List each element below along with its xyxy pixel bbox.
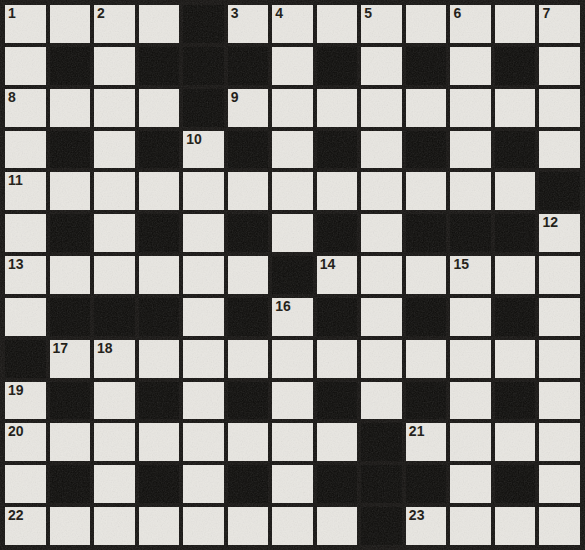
cell-r8c7[interactable]: 16 [272,298,313,336]
cell-r3c12[interactable] [495,89,536,127]
cell-r11c10[interactable]: 21 [406,423,447,461]
cell-r4c2 [50,131,91,169]
cell-r12c13[interactable] [539,465,580,503]
cell-r12c7[interactable] [272,465,313,503]
clue-number-4: 4 [275,5,283,21]
cell-r13c10[interactable]: 23 [406,507,447,545]
cell-r4c10 [406,131,447,169]
cell-r8c10 [406,298,447,336]
cell-r5c11[interactable] [450,172,491,210]
cell-r9c1 [5,340,46,378]
cell-r8c2 [50,298,91,336]
clue-number-10: 10 [186,131,202,147]
clue-number-14: 14 [320,256,336,272]
cell-r1c10[interactable] [406,5,447,43]
cell-r10c8 [317,382,358,420]
cell-r7c12[interactable] [495,256,536,294]
cell-r6c1[interactable] [5,214,46,252]
cell-r9c6[interactable] [228,340,269,378]
cell-r5c4[interactable] [139,172,180,210]
cell-r5c9[interactable] [361,172,402,210]
cell-r1c13[interactable]: 7 [539,5,580,43]
cell-r5c1[interactable]: 11 [5,172,46,210]
cell-r13c6[interactable] [228,507,269,545]
cell-r2c6 [228,47,269,85]
cell-r11c5[interactable] [183,423,224,461]
cell-r6c7[interactable] [272,214,313,252]
cell-r7c8[interactable]: 14 [317,256,358,294]
cell-r4c7[interactable] [272,131,313,169]
cell-r11c7[interactable] [272,423,313,461]
cell-r7c1[interactable]: 13 [5,256,46,294]
cell-r1c5 [183,5,224,43]
cell-r3c2[interactable] [50,89,91,127]
clue-number-2: 2 [97,5,105,21]
cell-r9c11[interactable] [450,340,491,378]
cell-r6c3[interactable] [94,214,135,252]
cell-r8c1[interactable] [5,298,46,336]
clue-number-16: 16 [275,298,291,314]
cell-r13c3[interactable] [94,507,135,545]
clue-number-18: 18 [97,340,113,356]
cell-r7c5[interactable] [183,256,224,294]
cell-r9c8[interactable] [317,340,358,378]
cell-r7c9[interactable] [361,256,402,294]
cell-r11c11[interactable] [450,423,491,461]
cell-r9c3[interactable]: 18 [94,340,135,378]
cell-r12c6 [228,465,269,503]
cell-r3c8[interactable] [317,89,358,127]
cell-r3c5 [183,89,224,127]
cell-r1c7[interactable]: 4 [272,5,313,43]
cell-r3c3[interactable] [94,89,135,127]
cell-r10c10 [406,382,447,420]
cell-r12c11[interactable] [450,465,491,503]
crossword-board-wrapper: 1234567891011121314151617181920212223 [0,0,585,550]
cell-r5c7[interactable] [272,172,313,210]
cell-r11c1[interactable]: 20 [5,423,46,461]
clue-number-6: 6 [453,5,461,21]
cell-r2c11[interactable] [450,47,491,85]
cell-r10c13[interactable] [539,382,580,420]
cell-r3c10[interactable] [406,89,447,127]
cell-r6c4 [139,214,180,252]
cell-r9c10[interactable] [406,340,447,378]
clue-number-21: 21 [409,423,425,439]
cell-r1c1[interactable]: 1 [5,5,46,43]
cell-r7c6[interactable] [228,256,269,294]
cell-r11c6[interactable] [228,423,269,461]
cell-r7c13[interactable] [539,256,580,294]
cell-r2c7[interactable] [272,47,313,85]
clue-number-11: 11 [8,172,23,188]
cell-r1c11[interactable]: 6 [450,5,491,43]
cell-r8c3 [94,298,135,336]
cell-r8c5[interactable] [183,298,224,336]
cell-r5c5[interactable] [183,172,224,210]
cell-r5c2[interactable] [50,172,91,210]
cell-r1c8[interactable] [317,5,358,43]
cell-r5c8[interactable] [317,172,358,210]
cell-r12c1[interactable] [5,465,46,503]
cell-r7c11[interactable]: 15 [450,256,491,294]
cell-r8c9[interactable] [361,298,402,336]
cell-r6c12 [495,214,536,252]
cell-r11c13[interactable] [539,423,580,461]
cell-r6c6 [228,214,269,252]
cell-r13c2[interactable] [50,507,91,545]
cell-r3c1[interactable]: 8 [5,89,46,127]
cell-r4c4 [139,131,180,169]
cell-r12c8 [317,465,358,503]
cell-r1c4[interactable] [139,5,180,43]
cell-r4c6 [228,131,269,169]
cell-r6c2 [50,214,91,252]
cell-r13c8[interactable] [317,507,358,545]
cell-r2c5 [183,47,224,85]
cell-r6c10 [406,214,447,252]
crossword-board: 1234567891011121314151617181920212223 [0,0,585,550]
cell-r10c4 [139,382,180,420]
cell-r7c10[interactable] [406,256,447,294]
cell-r10c7[interactable] [272,382,313,420]
cell-r9c9[interactable] [361,340,402,378]
cell-r6c9[interactable] [361,214,402,252]
clue-number-19: 19 [8,382,24,398]
cell-r13c5[interactable] [183,507,224,545]
cell-r2c2 [50,47,91,85]
cell-r12c10 [406,465,447,503]
cell-r5c10[interactable] [406,172,447,210]
cell-r4c9[interactable] [361,131,402,169]
cell-r12c12 [495,465,536,503]
cell-r11c4[interactable] [139,423,180,461]
cell-r8c8 [317,298,358,336]
cell-r6c11 [450,214,491,252]
cell-r11c3[interactable] [94,423,135,461]
cell-r3c9[interactable] [361,89,402,127]
cell-r11c2[interactable] [50,423,91,461]
clue-number-13: 13 [8,256,24,272]
cell-r6c13[interactable]: 12 [539,214,580,252]
cell-r5c12[interactable] [495,172,536,210]
cell-r1c3[interactable]: 2 [94,5,135,43]
cell-r12c3[interactable] [94,465,135,503]
cell-r13c1[interactable]: 22 [5,507,46,545]
cell-r4c5[interactable]: 10 [183,131,224,169]
cell-r13c7[interactable] [272,507,313,545]
cell-r9c2[interactable]: 17 [50,340,91,378]
cell-r8c6 [228,298,269,336]
clue-number-3: 3 [231,5,239,21]
clue-number-12: 12 [542,214,558,230]
cell-r7c2[interactable] [50,256,91,294]
cell-r4c8 [317,131,358,169]
cell-r10c1[interactable]: 19 [5,382,46,420]
cell-r13c9 [361,507,402,545]
cell-r9c13[interactable] [539,340,580,378]
clue-number-23: 23 [409,507,425,523]
cell-r13c13[interactable] [539,507,580,545]
cell-r2c8 [317,47,358,85]
cell-r2c3[interactable] [94,47,135,85]
cell-r2c13[interactable] [539,47,580,85]
cell-r6c8 [317,214,358,252]
cell-r8c11[interactable] [450,298,491,336]
cell-r8c12 [495,298,536,336]
cell-r4c3[interactable] [94,131,135,169]
clue-number-15: 15 [453,256,469,272]
clue-number-22: 22 [8,507,24,523]
cell-r3c6[interactable]: 9 [228,89,269,127]
clue-number-5: 5 [364,5,372,21]
cell-r2c4 [139,47,180,85]
cell-r11c8[interactable] [317,423,358,461]
cell-r4c1[interactable] [5,131,46,169]
cell-r9c5[interactable] [183,340,224,378]
cell-r6c5[interactable] [183,214,224,252]
cell-r10c6 [228,382,269,420]
cell-r5c3[interactable] [94,172,135,210]
cell-r2c12 [495,47,536,85]
cell-r12c2 [50,465,91,503]
cell-r10c2 [50,382,91,420]
cell-r13c11[interactable] [450,507,491,545]
cell-r1c6[interactable]: 3 [228,5,269,43]
cell-r11c12[interactable] [495,423,536,461]
cell-r10c11[interactable] [450,382,491,420]
cell-r9c7[interactable] [272,340,313,378]
cell-r10c12 [495,382,536,420]
cell-r2c10 [406,47,447,85]
cell-r8c13[interactable] [539,298,580,336]
cell-r8c4 [139,298,180,336]
cell-r3c13[interactable] [539,89,580,127]
clue-number-1: 1 [8,5,16,21]
cell-r4c12 [495,131,536,169]
clue-number-7: 7 [542,5,550,21]
cell-r10c5[interactable] [183,382,224,420]
cell-r3c11[interactable] [450,89,491,127]
cell-r5c13 [539,172,580,210]
cell-r9c4[interactable] [139,340,180,378]
clue-number-9: 9 [231,89,239,105]
cell-r10c9[interactable] [361,382,402,420]
clue-number-17: 17 [53,340,69,356]
cell-r5c6[interactable] [228,172,269,210]
cell-r12c4 [139,465,180,503]
cell-r3c7[interactable] [272,89,313,127]
cell-r4c11[interactable] [450,131,491,169]
cell-r1c2[interactable] [50,5,91,43]
cell-r7c3[interactable] [94,256,135,294]
cell-r4c13[interactable] [539,131,580,169]
cell-r7c7 [272,256,313,294]
cell-r3c4[interactable] [139,89,180,127]
cell-r1c12[interactable] [495,5,536,43]
cell-r7c4[interactable] [139,256,180,294]
clue-number-8: 8 [8,89,16,105]
cell-r12c9 [361,465,402,503]
cell-r1c9[interactable]: 5 [361,5,402,43]
cell-r10c3[interactable] [94,382,135,420]
cell-r9c12[interactable] [495,340,536,378]
cell-r13c4[interactable] [139,507,180,545]
cell-r12c5[interactable] [183,465,224,503]
cell-r13c12[interactable] [495,507,536,545]
cell-r2c1[interactable] [5,47,46,85]
clue-number-20: 20 [8,423,24,439]
cell-r2c9[interactable] [361,47,402,85]
cell-r11c9 [361,423,402,461]
